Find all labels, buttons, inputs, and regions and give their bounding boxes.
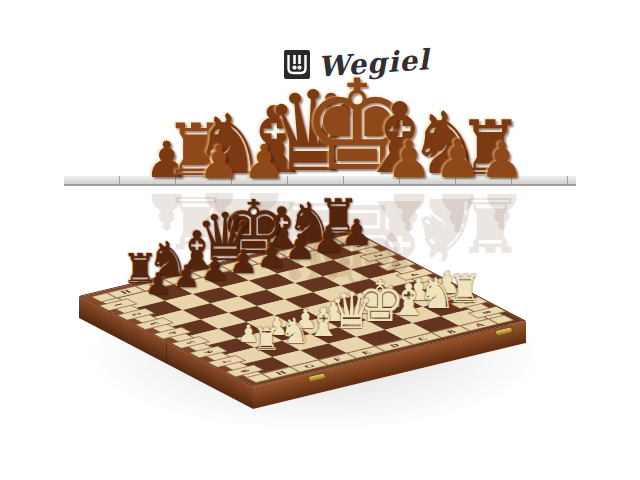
- piece-brown-pawn: ♟: [340, 215, 372, 251]
- piece-brown-pawn: ♟: [256, 238, 286, 272]
- closeup-pawn: ♟: [434, 132, 482, 185]
- brand-logo: Wegiel: [284, 50, 430, 79]
- brand-name: Wegiel: [317, 46, 430, 82]
- product-photo: Wegiel ♟♟♜♜♞♞♟♟♝♝♟♟♛♛♚♚♝♝♟♟♞♞♟♟♜♜♟♟ HH11…: [0, 0, 640, 480]
- piece-brown-pawn: ♟: [284, 230, 315, 265]
- closeup-pawn: ♟: [198, 139, 239, 185]
- piece-white-rook: ♜: [253, 324, 281, 355]
- wegiel-logo-icon: [284, 50, 310, 79]
- closeup-pawn: ♟: [243, 138, 285, 185]
- piece-brown-pawn: ♟: [145, 269, 172, 299]
- piece-reflection: ♟: [480, 186, 524, 235]
- closeup-pawn: ♟: [386, 134, 432, 185]
- piece-white-bishop: ♝: [306, 303, 341, 342]
- piece-brown-pawn: ♟: [228, 245, 258, 278]
- piece-white-knight: ♞: [279, 314, 310, 349]
- piece-brown-pawn: ♟: [201, 253, 230, 285]
- piece-brown-pawn: ♟: [173, 261, 201, 292]
- piece-brown-pawn: ♟: [312, 222, 344, 258]
- closeup-pawn: ♟: [480, 136, 524, 185]
